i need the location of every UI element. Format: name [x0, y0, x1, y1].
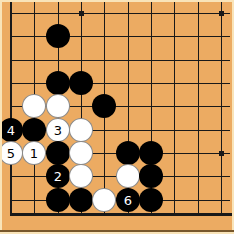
stone-white [92, 188, 116, 212]
stone-white [69, 118, 93, 142]
stone-white [46, 94, 70, 118]
board-border-left [0, 0, 2, 234]
stone-black [46, 24, 70, 48]
stone-white [116, 164, 140, 188]
move-number-label: 3 [54, 124, 62, 137]
move-number-label: 6 [124, 194, 132, 207]
stone-black [46, 141, 70, 165]
stone-black [139, 188, 163, 212]
stone-black [139, 164, 163, 188]
stone-black [139, 141, 163, 165]
stone-black [116, 141, 140, 165]
stone-white [22, 94, 46, 118]
stone-white [69, 141, 93, 165]
stone-white [69, 164, 93, 188]
stone-black [46, 71, 70, 95]
go-board-diagram: 435126 [0, 0, 234, 234]
stone-black [69, 188, 93, 212]
stone-black [46, 188, 70, 212]
stones-layer: 435126 [0, 0, 234, 234]
stone-white-move-1: 1 [22, 141, 46, 165]
board-border-bottom [0, 232, 234, 234]
stone-black-move-2: 2 [46, 164, 70, 188]
move-number-label: 2 [54, 170, 62, 183]
stone-black [22, 118, 46, 142]
stone-white-move-3: 3 [46, 118, 70, 142]
move-number-label: 4 [7, 124, 15, 137]
board-border-top [0, 0, 234, 2]
move-number-label: 5 [7, 147, 15, 160]
stone-black-move-6: 6 [116, 188, 140, 212]
stone-black-move-4: 4 [0, 118, 23, 142]
stone-white-move-5: 5 [0, 141, 23, 165]
move-number-label: 1 [30, 147, 38, 160]
stone-black [92, 94, 116, 118]
board-border-right [232, 0, 234, 234]
stone-black [69, 71, 93, 95]
